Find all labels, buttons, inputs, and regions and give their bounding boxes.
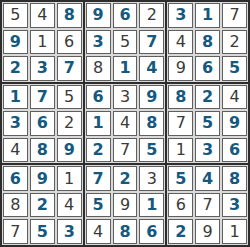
cell-r6c9[interactable]: 6 [222,138,247,163]
cell-r3c9[interactable]: 5 [222,56,247,81]
cell-r2c2: 1 [30,30,55,55]
cell-r6c7: 1 [168,138,193,163]
cell-r1c6: 2 [139,3,164,28]
cell-r7c3: 1 [57,166,82,191]
cell-r8c5: 9 [113,193,138,218]
sudoku-board: 5489162379623578143174829651753624896391… [0,0,250,247]
cell-r6c8[interactable]: 3 [195,138,220,163]
cell-r3c5[interactable]: 1 [113,56,138,81]
box-4: 175362489 [2,84,83,164]
cell-r3c1[interactable]: 2 [3,56,28,81]
cell-r9c4: 4 [86,219,111,244]
cell-r4c8[interactable]: 2 [195,85,220,110]
cell-r6c3[interactable]: 9 [57,138,82,163]
cell-r7c1[interactable]: 6 [3,166,28,191]
cell-r7c2[interactable]: 9 [30,166,55,191]
cell-r4c7[interactable]: 8 [168,85,193,110]
cell-r7c9[interactable]: 8 [222,166,247,191]
cell-r5c3: 2 [57,111,82,136]
cell-r1c4[interactable]: 9 [86,3,111,28]
cell-r8c7: 6 [168,193,193,218]
cell-r7c8[interactable]: 4 [195,166,220,191]
cell-r2c4[interactable]: 3 [86,30,111,55]
cell-r1c5[interactable]: 6 [113,3,138,28]
cell-r7c5[interactable]: 2 [113,166,138,191]
cell-r1c3[interactable]: 8 [57,3,82,28]
cell-r8c9[interactable]: 3 [222,193,247,218]
cell-r9c1: 7 [3,219,28,244]
box-9: 548673291 [167,165,248,245]
cell-r2c1[interactable]: 9 [3,30,28,55]
cell-r6c6[interactable]: 5 [139,138,164,163]
cell-r6c4[interactable]: 2 [86,138,111,163]
cell-r7c4[interactable]: 7 [86,166,111,191]
cell-r5c1[interactable]: 3 [3,111,28,136]
cell-r7c6: 3 [139,166,164,191]
cell-r3c4: 8 [86,56,111,81]
cell-r5c9[interactable]: 9 [222,111,247,136]
cell-r3c8[interactable]: 6 [195,56,220,81]
cell-r8c1: 8 [3,193,28,218]
cell-r3c6[interactable]: 4 [139,56,164,81]
cell-r4c6[interactable]: 9 [139,85,164,110]
cell-r8c8: 7 [195,193,220,218]
cell-r2c8[interactable]: 8 [195,30,220,55]
cell-r5c6[interactable]: 8 [139,111,164,136]
cell-r4c9: 4 [222,85,247,110]
box-2: 962357814 [85,2,166,82]
cell-r1c7[interactable]: 3 [168,3,193,28]
cell-r3c7: 9 [168,56,193,81]
cell-r5c5: 4 [113,111,138,136]
cell-r9c8: 9 [195,219,220,244]
cell-r9c7[interactable]: 2 [168,219,193,244]
cell-r2c9: 2 [222,30,247,55]
cell-r1c8[interactable]: 1 [195,3,220,28]
cell-r1c2: 4 [30,3,55,28]
cell-r8c4[interactable]: 5 [86,193,111,218]
cell-r4c3: 5 [57,85,82,110]
cell-r5c2[interactable]: 6 [30,111,55,136]
cell-r4c2[interactable]: 7 [30,85,55,110]
cell-r1c9: 7 [222,3,247,28]
cell-r5c4[interactable]: 1 [86,111,111,136]
cell-r2c5: 5 [113,30,138,55]
cell-r2c6[interactable]: 7 [139,30,164,55]
cell-r8c2[interactable]: 2 [30,193,55,218]
cell-r2c3: 6 [57,30,82,55]
cell-r6c1: 4 [3,138,28,163]
cell-r5c8[interactable]: 5 [195,111,220,136]
cell-r4c5: 3 [113,85,138,110]
cell-r9c9: 1 [222,219,247,244]
cell-r4c4[interactable]: 6 [86,85,111,110]
cell-r9c5[interactable]: 8 [113,219,138,244]
box-6: 824759136 [167,84,248,164]
cell-r2c7: 4 [168,30,193,55]
cell-r9c6[interactable]: 6 [139,219,164,244]
cell-r9c2[interactable]: 5 [30,219,55,244]
cell-r1c1: 5 [3,3,28,28]
cell-r6c5: 7 [113,138,138,163]
cell-r8c6[interactable]: 1 [139,193,164,218]
box-1: 548916237 [2,2,83,82]
cell-r7c7[interactable]: 5 [168,166,193,191]
box-8: 723591486 [85,165,166,245]
box-3: 317482965 [167,2,248,82]
cell-r3c3[interactable]: 7 [57,56,82,81]
cell-r8c3: 4 [57,193,82,218]
box-5: 639148275 [85,84,166,164]
cell-r5c7: 7 [168,111,193,136]
cell-r4c1[interactable]: 1 [3,85,28,110]
cell-r3c2[interactable]: 3 [30,56,55,81]
cell-r9c3[interactable]: 3 [57,219,82,244]
cell-r6c2[interactable]: 8 [30,138,55,163]
box-7: 691824753 [2,165,83,245]
